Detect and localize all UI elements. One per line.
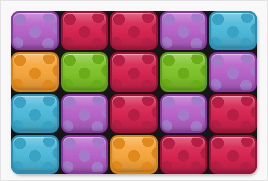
tile-r2c4-green[interactable] [160,52,208,91]
tile-r2c2-green[interactable] [61,52,109,91]
tile-r3c4-purple[interactable] [160,94,208,133]
tile-r3c2-purple[interactable] [61,94,109,133]
tile-r1c3-red[interactable] [110,11,158,50]
tile-r4c4-red[interactable] [160,135,208,174]
tile-r2c3-red[interactable] [110,52,158,91]
tile-r1c1-purple[interactable] [11,11,59,50]
tile-r1c4-purple[interactable] [160,11,208,50]
tile-r3c1-cyan[interactable] [11,94,59,133]
tile-r3c3-red[interactable] [110,94,158,133]
tile-r1c2-red[interactable] [61,11,109,50]
tile-r3c5-red[interactable] [209,94,257,133]
game-screen [0,0,268,181]
tile-r2c5-purple[interactable] [209,52,257,91]
tile-r2c1-orange[interactable] [11,52,59,91]
tile-r4c3-orange[interactable] [110,135,158,174]
tile-r4c1-cyan[interactable] [11,135,59,174]
tile-r1c5-cyan[interactable] [209,11,257,50]
tile-r4c2-purple[interactable] [61,135,109,174]
tile-r4c5-red[interactable] [209,135,257,174]
puzzle-board [11,11,257,174]
